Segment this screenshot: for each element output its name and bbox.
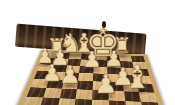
white-pawn-6: ♟ [59,63,81,87]
white-pawn-7: ♟ [94,71,117,97]
board-square [40,97,60,105]
board-square [141,102,161,105]
board-square [57,98,76,105]
board-square [74,99,92,105]
board-square [92,99,109,105]
king-dark-finial [102,21,106,28]
board-square [108,100,126,105]
white-bishop-foreground: ♝ [123,61,152,93]
chess-set-photo: ♞♝♜♜♚♟♟♟♟♟♟♟♝♟ [0,0,175,105]
white-pawn-3: ♟ [82,49,102,71]
